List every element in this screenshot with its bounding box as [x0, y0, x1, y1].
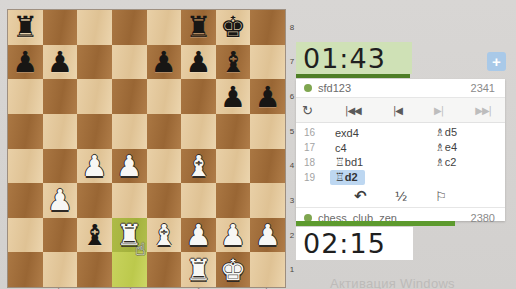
move-navigation: ↻ |◀◀ |◀ ▶| ▶▶|: [296, 98, 505, 123]
windows-activation-watermark: Активация Windows: [330, 276, 455, 289]
move-black-cell: ♗e4: [435, 141, 457, 154]
board-square-h2[interactable]: ♟: [250, 218, 285, 253]
board-square-a7[interactable]: ♟: [8, 45, 43, 80]
move-white-18[interactable]: ♖bd1: [335, 156, 363, 168]
last-move-icon[interactable]: ▶▶|: [475, 105, 491, 116]
player-rating-top: 2341: [471, 82, 495, 94]
move-black-16[interactable]: ♗d5: [435, 126, 457, 138]
board-square-a8[interactable]: ♜: [8, 10, 43, 45]
player-row-top: sfd123 2341: [296, 79, 505, 98]
draw-offer-icon[interactable]: ½: [395, 190, 408, 203]
board-square-h8[interactable]: [250, 10, 285, 45]
board-square-e5[interactable]: [147, 114, 182, 149]
board-square-a3[interactable]: [8, 183, 43, 218]
board-square-f2[interactable]: ♟: [181, 218, 216, 253]
add-time-button[interactable]: +: [487, 52, 506, 71]
board-square-c8[interactable]: [77, 10, 112, 45]
board-square-d7[interactable]: [112, 45, 147, 80]
board-square-g4[interactable]: [216, 149, 251, 184]
takeback-icon[interactable]: ↶: [354, 189, 367, 204]
board-square-h3[interactable]: [250, 183, 285, 218]
board-square-c4[interactable]: ♟: [77, 149, 112, 184]
board-square-f3[interactable]: [181, 183, 216, 218]
move-number: 18: [296, 157, 326, 168]
board-square-b8[interactable]: [43, 10, 78, 45]
white-pawn-b3: ♟: [47, 183, 73, 217]
board-square-c2[interactable]: ♝: [77, 218, 112, 253]
board-square-b3[interactable]: ♟: [43, 183, 78, 218]
board-square-f6[interactable]: [181, 79, 216, 114]
black-pawn-e7: ♟: [151, 45, 177, 79]
board-square-a4[interactable]: [8, 149, 43, 184]
time-progress-bar-top: [296, 74, 410, 78]
move-black-17[interactable]: ♗e4: [435, 141, 457, 153]
board-square-f7[interactable]: ♟: [181, 45, 216, 80]
board-square-h7[interactable]: [250, 45, 285, 80]
white-rook-f1: ♜: [185, 253, 211, 287]
move-white-cell: exd4: [326, 127, 435, 139]
player-rating-bottom: 2380: [471, 212, 495, 224]
board-square-a1[interactable]: [8, 252, 43, 287]
board-square-b1[interactable]: [43, 252, 78, 287]
board-square-d2[interactable]: ♜☝: [112, 218, 147, 253]
move-white-16[interactable]: exd4: [335, 127, 359, 139]
move-white-19[interactable]: ♖d2: [330, 170, 365, 185]
board-square-g1[interactable]: ♚: [216, 252, 251, 287]
clock-top-time: 01:43: [303, 43, 386, 74]
white-rook-d2: ♜: [116, 218, 142, 252]
move-black-cell: ♗c2: [435, 156, 456, 169]
game-actions: ↶ ½ ⚐: [296, 186, 505, 207]
next-move-icon[interactable]: ▶|: [434, 105, 443, 116]
move-list: 16exd4♗d517c4♗e418♖bd1♗c219♖d2: [296, 123, 505, 186]
board-square-e8[interactable]: [147, 10, 182, 45]
move-black-cell: ♗d5: [435, 126, 457, 139]
board-square-c1[interactable]: [77, 252, 112, 287]
board-square-b5[interactable]: [43, 114, 78, 149]
board-square-e3[interactable]: [147, 183, 182, 218]
board-square-h4[interactable]: [250, 149, 285, 184]
board-square-c3[interactable]: [77, 183, 112, 218]
board-square-f8[interactable]: ♜: [181, 10, 216, 45]
move-number: 17: [296, 142, 326, 153]
board-square-a6[interactable]: [8, 79, 43, 114]
board-square-e4[interactable]: [147, 149, 182, 184]
white-pawn-c4: ♟: [82, 149, 108, 183]
move-number: 19: [296, 172, 326, 183]
black-rook-a8: ♜: [12, 10, 38, 44]
board-square-g8[interactable]: ♚: [216, 10, 251, 45]
board-square-d3[interactable]: [112, 183, 147, 218]
move-white-17[interactable]: c4: [335, 142, 347, 154]
move-row-16: 16exd4♗d5: [296, 125, 505, 140]
board-square-f5[interactable]: [181, 114, 216, 149]
board-square-e6[interactable]: [147, 79, 182, 114]
move-black-18[interactable]: ♗c2: [435, 156, 456, 168]
black-pawn-h6: ♟: [255, 80, 281, 114]
board-square-b6[interactable]: [43, 79, 78, 114]
board-square-b2[interactable]: [43, 218, 78, 253]
black-rook-f8: ♜: [185, 10, 211, 44]
board-square-g6[interactable]: ♟: [216, 79, 251, 114]
board-square-d4[interactable]: ♟: [112, 149, 147, 184]
white-king-g1: ♚: [220, 253, 246, 287]
move-white-cell: ♖bd1: [326, 156, 435, 169]
clock-bottom: 02:15: [296, 227, 413, 260]
resign-flag-icon[interactable]: ⚐: [435, 190, 447, 203]
first-move-icon[interactable]: |◀◀: [345, 105, 361, 116]
clock-top-active: 01:43: [296, 42, 412, 74]
game-panel: sfd123 2341 ↻ |◀◀ |◀ ▶| ▶▶| 16exd4♗d517c…: [296, 79, 505, 221]
rank-label-8: 8: [287, 10, 297, 45]
board-square-f1[interactable]: ♜: [181, 252, 216, 287]
white-pawn-h2: ♟: [255, 218, 281, 252]
board-square-d1[interactable]: [112, 252, 147, 287]
white-bishop-f4: ♝: [185, 149, 211, 183]
move-white-cell: c4: [326, 142, 435, 154]
move-row-19: 19♖d2: [296, 170, 505, 185]
move-white-cell: ♖d2: [326, 171, 435, 184]
black-pawn-b7: ♟: [47, 45, 73, 79]
white-pawn-g2: ♟: [220, 218, 246, 252]
board-square-g5[interactable]: [216, 114, 251, 149]
file-coordinates: abcdefgh: [8, 285, 285, 289]
board-square-d8[interactable]: [112, 10, 147, 45]
plus-icon: +: [492, 54, 501, 69]
board-square-h1[interactable]: [250, 252, 285, 287]
black-bishop-g7: ♝: [220, 45, 246, 79]
board-square-a5[interactable]: [8, 114, 43, 149]
chess-board[interactable]: ♜♜♚♟♟♟♟♝♟♟♟♟♝♟♝♜☝♝♟♟♟♜♚: [8, 10, 285, 287]
board-square-d5[interactable]: [112, 114, 147, 149]
board-square-g3[interactable]: [216, 183, 251, 218]
white-bishop-e2: ♝: [151, 218, 177, 252]
board-square-h5[interactable]: [250, 114, 285, 149]
move-row-18: 18♖bd1♗c2: [296, 155, 505, 170]
black-king-g8: ♚: [220, 10, 246, 44]
board-square-g2[interactable]: ♟: [216, 218, 251, 253]
black-bishop-c2: ♝: [82, 218, 108, 252]
white-pawn-f2: ♟: [185, 218, 211, 252]
flip-board-icon[interactable]: ↻: [302, 103, 313, 118]
board-square-f4[interactable]: ♝: [181, 149, 216, 184]
board-square-e2[interactable]: ♝: [147, 218, 182, 253]
player-name-top: sfd123: [318, 82, 465, 94]
black-pawn-a7: ♟: [12, 45, 38, 79]
board-square-a2[interactable]: [8, 218, 43, 253]
board-square-c5[interactable]: [77, 114, 112, 149]
board-square-c6[interactable]: [77, 79, 112, 114]
move-row-17: 17c4♗e4: [296, 140, 505, 155]
board-square-e1[interactable]: [147, 252, 182, 287]
board-square-h6[interactable]: ♟: [250, 79, 285, 114]
board-square-d6[interactable]: [112, 79, 147, 114]
board-square-c7[interactable]: [77, 45, 112, 80]
online-dot-icon: [304, 84, 312, 92]
clock-bottom-time: 02:15: [303, 228, 386, 259]
time-progress-bar-bottom: [296, 221, 455, 226]
move-number: 16: [296, 127, 326, 138]
black-pawn-g6: ♟: [220, 80, 246, 114]
board-square-b7[interactable]: ♟: [43, 45, 78, 80]
previous-move-icon[interactable]: |◀: [393, 105, 402, 116]
board-square-b4[interactable]: [43, 149, 78, 184]
black-pawn-f7: ♟: [185, 45, 211, 79]
white-pawn-d4: ♟: [116, 149, 142, 183]
board-square-e7[interactable]: ♟: [147, 45, 182, 80]
board-square-g7[interactable]: ♝: [216, 45, 251, 80]
